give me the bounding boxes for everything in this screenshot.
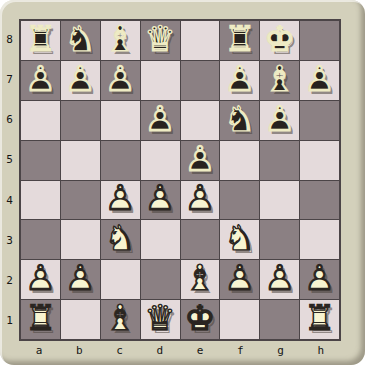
piece-black-pawn[interactable]: ♟♙ <box>300 61 339 100</box>
piece-black-bishop[interactable]: ♝♗ <box>260 61 299 100</box>
square-g7[interactable]: ♝♗ <box>260 61 299 100</box>
square-c8[interactable]: ♝♗ <box>101 21 140 60</box>
piece-glyph-detail: ♙ <box>300 61 339 100</box>
square-f6[interactable]: ♞♘ <box>220 101 259 140</box>
square-a7[interactable]: ♟♙ <box>21 61 60 100</box>
piece-white-rook[interactable]: ♜♖ <box>300 300 339 339</box>
piece-white-queen[interactable]: ♛♕ <box>141 300 180 339</box>
piece-glyph-detail: ♗ <box>101 21 140 60</box>
square-c7[interactable]: ♟♙ <box>101 61 140 100</box>
rank-label-5: 5 <box>0 140 19 180</box>
square-d7[interactable] <box>141 61 180 100</box>
square-h3[interactable] <box>300 220 339 259</box>
piece-glyph-detail: ♘ <box>61 21 100 60</box>
piece-black-pawn[interactable]: ♟♙ <box>220 61 259 100</box>
rank-label-3: 3 <box>0 220 19 260</box>
piece-glyph-detail: ♙ <box>21 61 60 100</box>
square-d3[interactable] <box>141 220 180 259</box>
square-b6[interactable] <box>61 101 100 140</box>
piece-black-king[interactable]: ♚♔ <box>260 21 299 60</box>
square-c3[interactable]: ♞♘ <box>101 220 140 259</box>
square-h7[interactable]: ♟♙ <box>300 61 339 100</box>
piece-glyph-detail: ♙ <box>220 260 259 299</box>
piece-glyph-detail: ♙ <box>21 260 60 299</box>
piece-glyph-detail: ♙ <box>101 61 140 100</box>
piece-white-pawn[interactable]: ♟♙ <box>141 181 180 220</box>
square-g4[interactable] <box>260 181 299 220</box>
file-label-d: d <box>140 340 180 361</box>
piece-black-pawn[interactable]: ♟♙ <box>181 141 220 180</box>
square-f3[interactable]: ♞♘ <box>220 220 259 259</box>
square-e3[interactable] <box>181 220 220 259</box>
square-g3[interactable] <box>260 220 299 259</box>
piece-glyph-detail: ♔ <box>181 300 220 339</box>
file-label-e: e <box>180 340 220 361</box>
square-f5[interactable] <box>220 141 259 180</box>
square-c1[interactable]: ♝♗ <box>101 300 140 339</box>
square-b7[interactable]: ♟♙ <box>61 61 100 100</box>
piece-white-king[interactable]: ♚♔ <box>181 300 220 339</box>
piece-white-pawn[interactable]: ♟♙ <box>61 260 100 299</box>
square-h8[interactable] <box>300 21 339 60</box>
file-label-a: a <box>19 340 59 361</box>
piece-glyph-detail: ♖ <box>21 21 60 60</box>
square-a5[interactable] <box>21 141 60 180</box>
square-e4[interactable]: ♟♙ <box>181 181 220 220</box>
rank-labels: 87654321 <box>0 19 19 341</box>
square-b5[interactable] <box>61 141 100 180</box>
square-h6[interactable] <box>300 101 339 140</box>
piece-glyph-detail: ♙ <box>260 260 299 299</box>
square-b1[interactable] <box>61 300 100 339</box>
rank-label-4: 4 <box>0 180 19 220</box>
square-a4[interactable] <box>21 181 60 220</box>
piece-black-pawn[interactable]: ♟♙ <box>141 101 180 140</box>
piece-black-knight[interactable]: ♞♘ <box>220 101 259 140</box>
piece-glyph-detail: ♖ <box>21 300 60 339</box>
square-d2[interactable] <box>141 260 180 299</box>
square-c5[interactable] <box>101 141 140 180</box>
square-d1[interactable]: ♛♕ <box>141 300 180 339</box>
piece-glyph-detail: ♕ <box>141 21 180 60</box>
piece-white-pawn[interactable]: ♟♙ <box>220 260 259 299</box>
piece-white-pawn[interactable]: ♟♙ <box>300 260 339 299</box>
square-a3[interactable] <box>21 220 60 259</box>
square-h5[interactable] <box>300 141 339 180</box>
square-a8[interactable]: ♜♖ <box>21 21 60 60</box>
square-e5[interactable]: ♟♙ <box>181 141 220 180</box>
piece-glyph-detail: ♙ <box>61 61 100 100</box>
square-f8[interactable]: ♜♖ <box>220 21 259 60</box>
square-b8[interactable]: ♞♘ <box>61 21 100 60</box>
square-c2[interactable] <box>101 260 140 299</box>
piece-glyph-detail: ♘ <box>220 101 259 140</box>
piece-glyph-detail: ♗ <box>181 260 220 299</box>
square-g6[interactable]: ♟♙ <box>260 101 299 140</box>
piece-black-rook[interactable]: ♜♖ <box>21 21 60 60</box>
square-e2[interactable]: ♝♗ <box>181 260 220 299</box>
piece-white-pawn[interactable]: ♟♙ <box>21 260 60 299</box>
piece-black-bishop[interactable]: ♝♗ <box>101 21 140 60</box>
piece-white-pawn[interactable]: ♟♙ <box>181 181 220 220</box>
piece-glyph-detail: ♖ <box>220 21 259 60</box>
square-h2[interactable]: ♟♙ <box>300 260 339 299</box>
piece-black-pawn[interactable]: ♟♙ <box>260 101 299 140</box>
file-label-b: b <box>59 340 99 361</box>
piece-glyph-detail: ♗ <box>260 61 299 100</box>
piece-glyph-detail: ♙ <box>141 181 180 220</box>
file-label-f: f <box>220 340 260 361</box>
square-h4[interactable] <box>300 181 339 220</box>
square-f4[interactable] <box>220 181 259 220</box>
piece-glyph-detail: ♕ <box>141 300 180 339</box>
square-d8[interactable]: ♛♕ <box>141 21 180 60</box>
piece-glyph-detail: ♔ <box>260 21 299 60</box>
piece-white-rook[interactable]: ♜♖ <box>21 300 60 339</box>
piece-glyph-detail: ♘ <box>220 220 259 259</box>
square-c6[interactable] <box>101 101 140 140</box>
square-d4[interactable]: ♟♙ <box>141 181 180 220</box>
piece-glyph-detail: ♙ <box>300 260 339 299</box>
piece-black-pawn[interactable]: ♟♙ <box>61 61 100 100</box>
piece-glyph-detail: ♙ <box>220 61 259 100</box>
piece-glyph-detail: ♙ <box>141 101 180 140</box>
piece-glyph-detail: ♙ <box>101 181 140 220</box>
square-d5[interactable] <box>141 141 180 180</box>
piece-black-pawn[interactable]: ♟♙ <box>101 61 140 100</box>
square-c4[interactable]: ♟♙ <box>101 181 140 220</box>
piece-glyph-detail: ♙ <box>260 101 299 140</box>
square-d6[interactable]: ♟♙ <box>141 101 180 140</box>
square-g8[interactable]: ♚♔ <box>260 21 299 60</box>
square-g5[interactable] <box>260 141 299 180</box>
piece-glyph-detail: ♙ <box>61 260 100 299</box>
square-a1[interactable]: ♜♖ <box>21 300 60 339</box>
square-h1[interactable]: ♜♖ <box>300 300 339 339</box>
piece-glyph-detail: ♙ <box>181 181 220 220</box>
piece-white-knight[interactable]: ♞♘ <box>101 220 140 259</box>
board-panel: 87654321 ♜♖♞♘♝♗♛♕♜♖♚♔♟♙♟♙♟♙♟♙♝♗♟♙♟♙♞♘♟♙♟… <box>0 0 365 365</box>
square-a6[interactable] <box>21 101 60 140</box>
square-g2[interactable]: ♟♙ <box>260 260 299 299</box>
file-labels: abcdefgh <box>19 340 341 361</box>
piece-white-bishop[interactable]: ♝♗ <box>101 300 140 339</box>
square-e8[interactable] <box>181 21 220 60</box>
rank-label-1: 1 <box>0 301 19 341</box>
rank-label-8: 8 <box>0 19 19 59</box>
square-b3[interactable] <box>61 220 100 259</box>
file-label-g: g <box>261 340 301 361</box>
piece-glyph-detail: ♗ <box>101 300 140 339</box>
square-b2[interactable]: ♟♙ <box>61 260 100 299</box>
board: ♜♖♞♘♝♗♛♕♜♖♚♔♟♙♟♙♟♙♟♙♝♗♟♙♟♙♞♘♟♙♟♙♟♙♟♙♟♙♞♘… <box>19 19 341 341</box>
piece-white-pawn[interactable]: ♟♙ <box>260 260 299 299</box>
square-e7[interactable] <box>181 61 220 100</box>
square-b4[interactable] <box>61 181 100 220</box>
piece-black-knight[interactable]: ♞♘ <box>61 21 100 60</box>
file-label-h: h <box>301 340 341 361</box>
square-e6[interactable] <box>181 101 220 140</box>
piece-black-queen[interactable]: ♛♕ <box>141 21 180 60</box>
rank-label-2: 2 <box>0 261 19 301</box>
rank-label-7: 7 <box>0 59 19 99</box>
square-e1[interactable]: ♚♔ <box>181 300 220 339</box>
file-label-c: c <box>100 340 140 361</box>
piece-white-knight[interactable]: ♞♘ <box>220 220 259 259</box>
piece-black-pawn[interactable]: ♟♙ <box>21 61 60 100</box>
square-a2[interactable]: ♟♙ <box>21 260 60 299</box>
piece-black-rook[interactable]: ♜♖ <box>220 21 259 60</box>
piece-white-pawn[interactable]: ♟♙ <box>101 181 140 220</box>
piece-glyph-detail: ♘ <box>101 220 140 259</box>
square-f1[interactable] <box>220 300 259 339</box>
piece-glyph-detail: ♙ <box>181 141 220 180</box>
square-f2[interactable]: ♟♙ <box>220 260 259 299</box>
piece-white-bishop[interactable]: ♝♗ <box>181 260 220 299</box>
square-f7[interactable]: ♟♙ <box>220 61 259 100</box>
square-g1[interactable] <box>260 300 299 339</box>
piece-glyph-detail: ♖ <box>300 300 339 339</box>
rank-label-6: 6 <box>0 100 19 140</box>
